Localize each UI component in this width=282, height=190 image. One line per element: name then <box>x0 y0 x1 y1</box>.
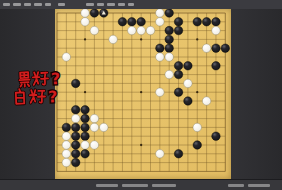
black-stone <box>71 106 80 115</box>
black-stone <box>212 18 221 27</box>
white-stone <box>212 26 221 34</box>
black-stone <box>165 35 174 44</box>
black-stone <box>202 18 211 27</box>
toolbar-menu-smudge <box>45 3 51 6</box>
white-stone <box>165 53 174 62</box>
white-stone <box>90 141 99 150</box>
black-stone <box>193 141 202 150</box>
white-stone <box>165 70 174 79</box>
black-stone <box>128 18 137 27</box>
toolbar-button-smudge <box>97 3 104 6</box>
black-stone <box>193 18 202 27</box>
white-stone <box>90 123 99 131</box>
black-stone <box>212 62 221 71</box>
status-text-smudge <box>248 184 270 187</box>
white-stone <box>62 132 71 141</box>
toolbar-menu-smudge <box>58 3 65 6</box>
status-text-smudge <box>122 184 148 187</box>
white-stone <box>156 18 165 27</box>
white-stone <box>146 26 155 34</box>
app-window: ? ? <box>0 0 282 190</box>
black-stone <box>90 9 99 17</box>
toolbar-menu-smudge <box>13 3 21 6</box>
white-stone <box>193 123 202 131</box>
toolbar-button-smudge <box>107 3 115 6</box>
go-board[interactable] <box>55 9 231 179</box>
black-stone <box>184 97 193 106</box>
white-stone <box>100 123 109 131</box>
black-stone <box>81 106 90 115</box>
toolbar-button-smudge <box>118 3 125 6</box>
white-stone <box>156 9 165 17</box>
white-stone <box>137 26 146 34</box>
black-stone <box>165 44 174 53</box>
black-stone <box>71 158 80 167</box>
black-stone <box>71 150 80 159</box>
black-stone <box>212 44 221 53</box>
black-stone <box>71 79 80 88</box>
toolbar-button-smudge <box>86 3 94 6</box>
toolbar-button-smudge <box>128 3 134 6</box>
black-stone <box>71 123 80 131</box>
white-stone <box>81 18 90 27</box>
white-stone <box>62 141 71 150</box>
white-stone <box>202 97 211 106</box>
white-stone <box>184 79 193 88</box>
white-stone <box>81 141 90 150</box>
white-stone <box>156 53 165 62</box>
black-stone <box>174 70 183 79</box>
black-stone <box>71 141 80 150</box>
black-stone <box>221 44 230 53</box>
status-text-smudge <box>96 184 118 187</box>
stones <box>62 9 229 167</box>
white-stone <box>90 26 99 34</box>
white-stone <box>81 9 90 17</box>
right-panel <box>231 9 282 179</box>
white-stone <box>156 88 165 97</box>
black-stone <box>174 88 183 97</box>
white-stone <box>71 114 80 123</box>
white-stone <box>128 26 137 34</box>
status-text-smudge <box>228 184 244 187</box>
black-stone <box>165 26 174 34</box>
black-stone <box>174 26 183 34</box>
black-stone <box>174 18 183 27</box>
black-stone <box>165 9 174 17</box>
black-stone <box>212 132 221 141</box>
white-stone <box>90 114 99 123</box>
toolbar-menu-smudge <box>34 3 42 6</box>
black-stone <box>81 132 90 141</box>
black-stone <box>81 150 90 159</box>
black-stone <box>174 62 183 71</box>
toolbar-menu-smudge <box>24 3 31 6</box>
toolbar-menu-smudge <box>3 3 10 6</box>
black-stone <box>156 44 165 53</box>
black-stone <box>62 123 71 131</box>
go-board-grid <box>55 9 231 179</box>
left-panel <box>0 9 55 179</box>
white-stone <box>202 44 211 53</box>
black-stone <box>81 114 90 123</box>
black-stone <box>81 123 90 131</box>
white-stone <box>109 35 118 44</box>
white-stone <box>62 158 71 167</box>
status-text-smudge <box>152 184 176 187</box>
black-stone <box>71 132 80 141</box>
white-stone <box>156 150 165 159</box>
black-stone <box>184 62 193 71</box>
black-stone <box>174 150 183 159</box>
black-stone <box>137 18 146 27</box>
white-stone <box>62 53 71 62</box>
white-stone <box>62 150 71 159</box>
black-stone <box>118 18 127 27</box>
status-bar <box>0 179 282 190</box>
